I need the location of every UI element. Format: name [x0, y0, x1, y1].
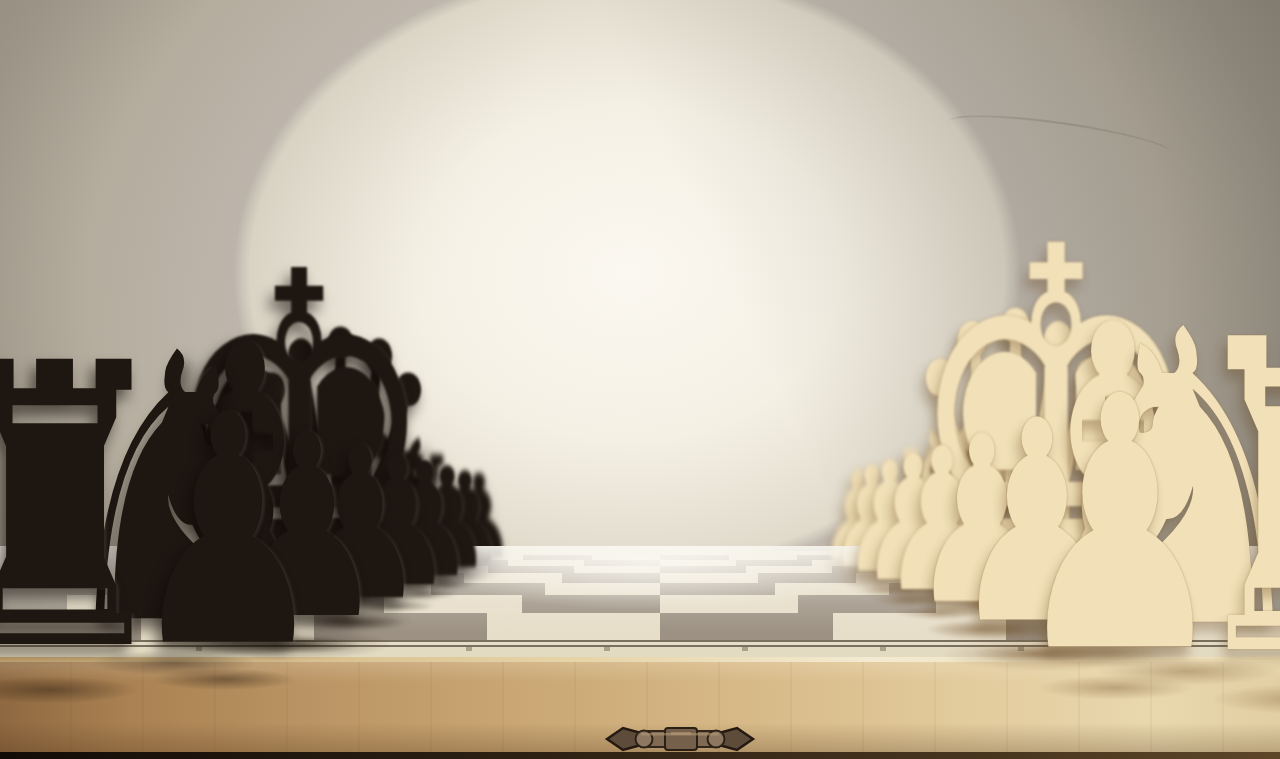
piece-white-pawn-h2[interactable]: ♟	[1011, 351, 1229, 700]
scene: ♜♞♝♛♚♝♞♜♟♟♟♟♟♟♟♟♟♟♟♟♟♟♟♟♜♞♝♛♚♝♞♜	[0, 0, 1280, 759]
piece-black-pawn-h7[interactable]: ♟	[128, 373, 326, 690]
latch-icon	[601, 720, 759, 758]
